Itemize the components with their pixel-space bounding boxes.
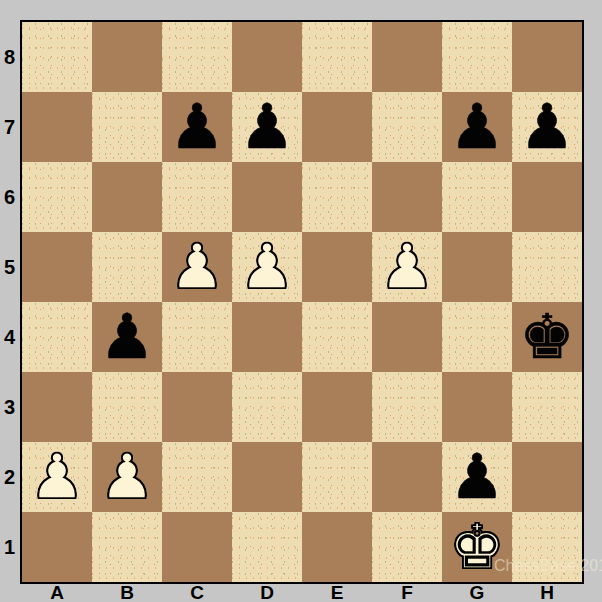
square-g2[interactable]: ♟ <box>442 442 512 512</box>
square-h7[interactable]: ♟ <box>512 92 582 162</box>
rank-label-4: 4 <box>0 302 19 372</box>
black-pawn[interactable]: ♟ <box>239 92 295 162</box>
black-pawn[interactable]: ♟ <box>99 302 155 372</box>
rank-label-7: 7 <box>0 92 19 162</box>
file-label-a: A <box>22 583 92 602</box>
white-pawn[interactable]: ♟ <box>29 442 85 512</box>
square-a2[interactable]: ♟ <box>22 442 92 512</box>
square-c1[interactable] <box>162 512 232 582</box>
square-b8[interactable] <box>92 22 162 92</box>
file-label-b: B <box>92 583 162 602</box>
square-a1[interactable] <box>22 512 92 582</box>
rank-label-8: 8 <box>0 22 19 92</box>
rank-label-6: 6 <box>0 162 19 232</box>
square-b2[interactable]: ♟ <box>92 442 162 512</box>
square-b5[interactable] <box>92 232 162 302</box>
square-a4[interactable] <box>22 302 92 372</box>
square-h2[interactable] <box>512 442 582 512</box>
square-c4[interactable] <box>162 302 232 372</box>
square-c2[interactable] <box>162 442 232 512</box>
square-g5[interactable] <box>442 232 512 302</box>
square-c5[interactable]: ♟ <box>162 232 232 302</box>
black-pawn[interactable]: ♟ <box>169 92 225 162</box>
file-label-c: C <box>162 583 232 602</box>
file-label-e: E <box>302 583 372 602</box>
square-h3[interactable] <box>512 372 582 442</box>
file-label-h: H <box>512 583 582 602</box>
square-h8[interactable] <box>512 22 582 92</box>
square-e5[interactable] <box>302 232 372 302</box>
square-f8[interactable] <box>372 22 442 92</box>
white-pawn[interactable]: ♟ <box>169 232 225 302</box>
square-g3[interactable] <box>442 372 512 442</box>
white-pawn[interactable]: ♟ <box>379 232 435 302</box>
square-h6[interactable] <box>512 162 582 232</box>
file-label-d: D <box>232 583 302 602</box>
square-g1[interactable]: ♚ <box>442 512 512 582</box>
square-a3[interactable] <box>22 372 92 442</box>
square-b7[interactable] <box>92 92 162 162</box>
square-a5[interactable] <box>22 232 92 302</box>
square-d4[interactable] <box>232 302 302 372</box>
square-b4[interactable]: ♟ <box>92 302 162 372</box>
square-a8[interactable] <box>22 22 92 92</box>
rank-label-3: 3 <box>0 372 19 442</box>
square-e8[interactable] <box>302 22 372 92</box>
square-d8[interactable] <box>232 22 302 92</box>
square-a6[interactable] <box>22 162 92 232</box>
square-f4[interactable] <box>372 302 442 372</box>
square-g4[interactable] <box>442 302 512 372</box>
white-pawn[interactable]: ♟ <box>99 442 155 512</box>
square-b6[interactable] <box>92 162 162 232</box>
square-e2[interactable] <box>302 442 372 512</box>
square-h5[interactable] <box>512 232 582 302</box>
square-d2[interactable] <box>232 442 302 512</box>
black-pawn[interactable]: ♟ <box>519 92 575 162</box>
file-label-g: G <box>442 583 512 602</box>
square-e1[interactable] <box>302 512 372 582</box>
square-c6[interactable] <box>162 162 232 232</box>
black-king[interactable]: ♚ <box>519 302 575 372</box>
square-d7[interactable]: ♟ <box>232 92 302 162</box>
square-g8[interactable] <box>442 22 512 92</box>
square-e7[interactable] <box>302 92 372 162</box>
square-c7[interactable]: ♟ <box>162 92 232 162</box>
rank-label-1: 1 <box>0 512 19 582</box>
rank-label-2: 2 <box>0 442 19 512</box>
square-d1[interactable] <box>232 512 302 582</box>
square-g7[interactable]: ♟ <box>442 92 512 162</box>
square-e4[interactable] <box>302 302 372 372</box>
square-a7[interactable] <box>22 92 92 162</box>
square-e3[interactable] <box>302 372 372 442</box>
square-g6[interactable] <box>442 162 512 232</box>
black-pawn[interactable]: ♟ <box>449 92 505 162</box>
square-e6[interactable] <box>302 162 372 232</box>
square-f7[interactable] <box>372 92 442 162</box>
square-d5[interactable]: ♟ <box>232 232 302 302</box>
square-d3[interactable] <box>232 372 302 442</box>
black-pawn[interactable]: ♟ <box>449 442 505 512</box>
square-d6[interactable] <box>232 162 302 232</box>
chess-board: ♟♟♟♟♟♟♟♟♚♟♟♟♚ <box>20 20 584 584</box>
square-f6[interactable] <box>372 162 442 232</box>
square-f5[interactable]: ♟ <box>372 232 442 302</box>
square-c8[interactable] <box>162 22 232 92</box>
square-f2[interactable] <box>372 442 442 512</box>
white-pawn[interactable]: ♟ <box>239 232 295 302</box>
rank-label-5: 5 <box>0 232 19 302</box>
square-f3[interactable] <box>372 372 442 442</box>
square-h1[interactable] <box>512 512 582 582</box>
file-label-f: F <box>372 583 442 602</box>
square-f1[interactable] <box>372 512 442 582</box>
square-c3[interactable] <box>162 372 232 442</box>
chess-diagram: ♟♟♟♟♟♟♟♟♚♟♟♟♚ 87654321 ABCDEFGH ChessBas… <box>0 0 602 602</box>
square-h4[interactable]: ♚ <box>512 302 582 372</box>
square-b3[interactable] <box>92 372 162 442</box>
square-b1[interactable] <box>92 512 162 582</box>
white-king[interactable]: ♚ <box>449 512 505 582</box>
